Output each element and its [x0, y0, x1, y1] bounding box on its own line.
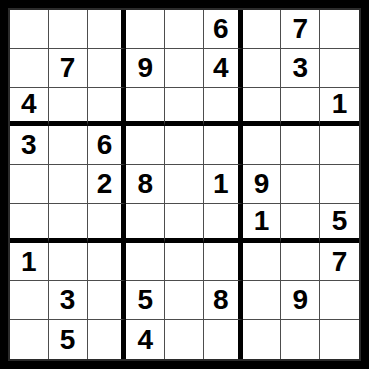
- cell-r4c3[interactable]: 6: [88, 126, 127, 165]
- cell-r5c9[interactable]: [320, 165, 359, 204]
- cell-r2c2[interactable]: 7: [49, 49, 88, 88]
- cell-r3c3[interactable]: [88, 88, 127, 127]
- cell-r3c5[interactable]: [165, 88, 204, 127]
- cell-r4c5[interactable]: [165, 126, 204, 165]
- cell-r1c4[interactable]: [126, 10, 165, 49]
- cell-r7c4[interactable]: [126, 243, 165, 282]
- cell-r8c2[interactable]: 3: [49, 281, 88, 320]
- cell-r7c1[interactable]: 1: [10, 243, 49, 282]
- cell-r5c6[interactable]: 1: [204, 165, 243, 204]
- cell-r2c1[interactable]: [10, 49, 49, 88]
- cell-r9c2[interactable]: 5: [49, 320, 88, 359]
- cell-r7c2[interactable]: [49, 243, 88, 282]
- cell-r1c2[interactable]: [49, 10, 88, 49]
- cell-r8c1[interactable]: [10, 281, 49, 320]
- cell-r7c5[interactable]: [165, 243, 204, 282]
- cell-r7c7[interactable]: [243, 243, 282, 282]
- cell-r5c3[interactable]: 2: [88, 165, 127, 204]
- cell-r5c7[interactable]: 9: [243, 165, 282, 204]
- cell-r6c8[interactable]: [281, 204, 320, 243]
- cell-r3c6[interactable]: [204, 88, 243, 127]
- cell-r9c1[interactable]: [10, 320, 49, 359]
- cell-r2c6[interactable]: 4: [204, 49, 243, 88]
- cell-r1c3[interactable]: [88, 10, 127, 49]
- cell-r1c9[interactable]: [320, 10, 359, 49]
- cell-r8c3[interactable]: [88, 281, 127, 320]
- cell-r6c5[interactable]: [165, 204, 204, 243]
- cell-r5c5[interactable]: [165, 165, 204, 204]
- cell-r8c5[interactable]: [165, 281, 204, 320]
- cell-r9c3[interactable]: [88, 320, 127, 359]
- cell-r8c6[interactable]: 8: [204, 281, 243, 320]
- cell-r1c6[interactable]: 6: [204, 10, 243, 49]
- cell-r7c6[interactable]: [204, 243, 243, 282]
- cell-r2c8[interactable]: 3: [281, 49, 320, 88]
- cell-r8c4[interactable]: 5: [126, 281, 165, 320]
- cell-r8c7[interactable]: [243, 281, 282, 320]
- cell-r3c1[interactable]: 4: [10, 88, 49, 127]
- sudoku-image-frame: 677943413628191517358954: [0, 0, 369, 369]
- cell-r2c3[interactable]: [88, 49, 127, 88]
- cell-r6c6[interactable]: [204, 204, 243, 243]
- cell-r4c7[interactable]: [243, 126, 282, 165]
- cell-r3c7[interactable]: [243, 88, 282, 127]
- cell-r8c8[interactable]: 9: [281, 281, 320, 320]
- cell-r6c1[interactable]: [10, 204, 49, 243]
- cell-r5c1[interactable]: [10, 165, 49, 204]
- cell-r6c2[interactable]: [49, 204, 88, 243]
- cell-r4c8[interactable]: [281, 126, 320, 165]
- cell-r9c9[interactable]: [320, 320, 359, 359]
- cell-r6c3[interactable]: [88, 204, 127, 243]
- cell-r9c7[interactable]: [243, 320, 282, 359]
- cell-r7c3[interactable]: [88, 243, 127, 282]
- cell-r2c5[interactable]: [165, 49, 204, 88]
- sudoku-board: 677943413628191517358954: [8, 8, 361, 361]
- cell-r1c7[interactable]: [243, 10, 282, 49]
- cell-r7c8[interactable]: [281, 243, 320, 282]
- cell-r5c2[interactable]: [49, 165, 88, 204]
- cell-r2c7[interactable]: [243, 49, 282, 88]
- cell-r9c8[interactable]: [281, 320, 320, 359]
- cell-r7c9[interactable]: 7: [320, 243, 359, 282]
- cell-r8c9[interactable]: [320, 281, 359, 320]
- cell-r4c2[interactable]: [49, 126, 88, 165]
- cell-r4c4[interactable]: [126, 126, 165, 165]
- cell-r1c1[interactable]: [10, 10, 49, 49]
- cell-r6c9[interactable]: 5: [320, 204, 359, 243]
- cell-r3c2[interactable]: [49, 88, 88, 127]
- cell-r4c1[interactable]: 3: [10, 126, 49, 165]
- cell-r6c7[interactable]: 1: [243, 204, 282, 243]
- cell-r4c6[interactable]: [204, 126, 243, 165]
- cell-r4c9[interactable]: [320, 126, 359, 165]
- cell-r6c4[interactable]: [126, 204, 165, 243]
- cell-r5c8[interactable]: [281, 165, 320, 204]
- cell-r2c4[interactable]: 9: [126, 49, 165, 88]
- cell-r2c9[interactable]: [320, 49, 359, 88]
- cell-r9c4[interactable]: 4: [126, 320, 165, 359]
- cell-r1c8[interactable]: 7: [281, 10, 320, 49]
- cell-r5c4[interactable]: 8: [126, 165, 165, 204]
- cell-r3c8[interactable]: [281, 88, 320, 127]
- cell-r1c5[interactable]: [165, 10, 204, 49]
- cell-r3c4[interactable]: [126, 88, 165, 127]
- cell-r9c6[interactable]: [204, 320, 243, 359]
- cell-r3c9[interactable]: 1: [320, 88, 359, 127]
- cell-r9c5[interactable]: [165, 320, 204, 359]
